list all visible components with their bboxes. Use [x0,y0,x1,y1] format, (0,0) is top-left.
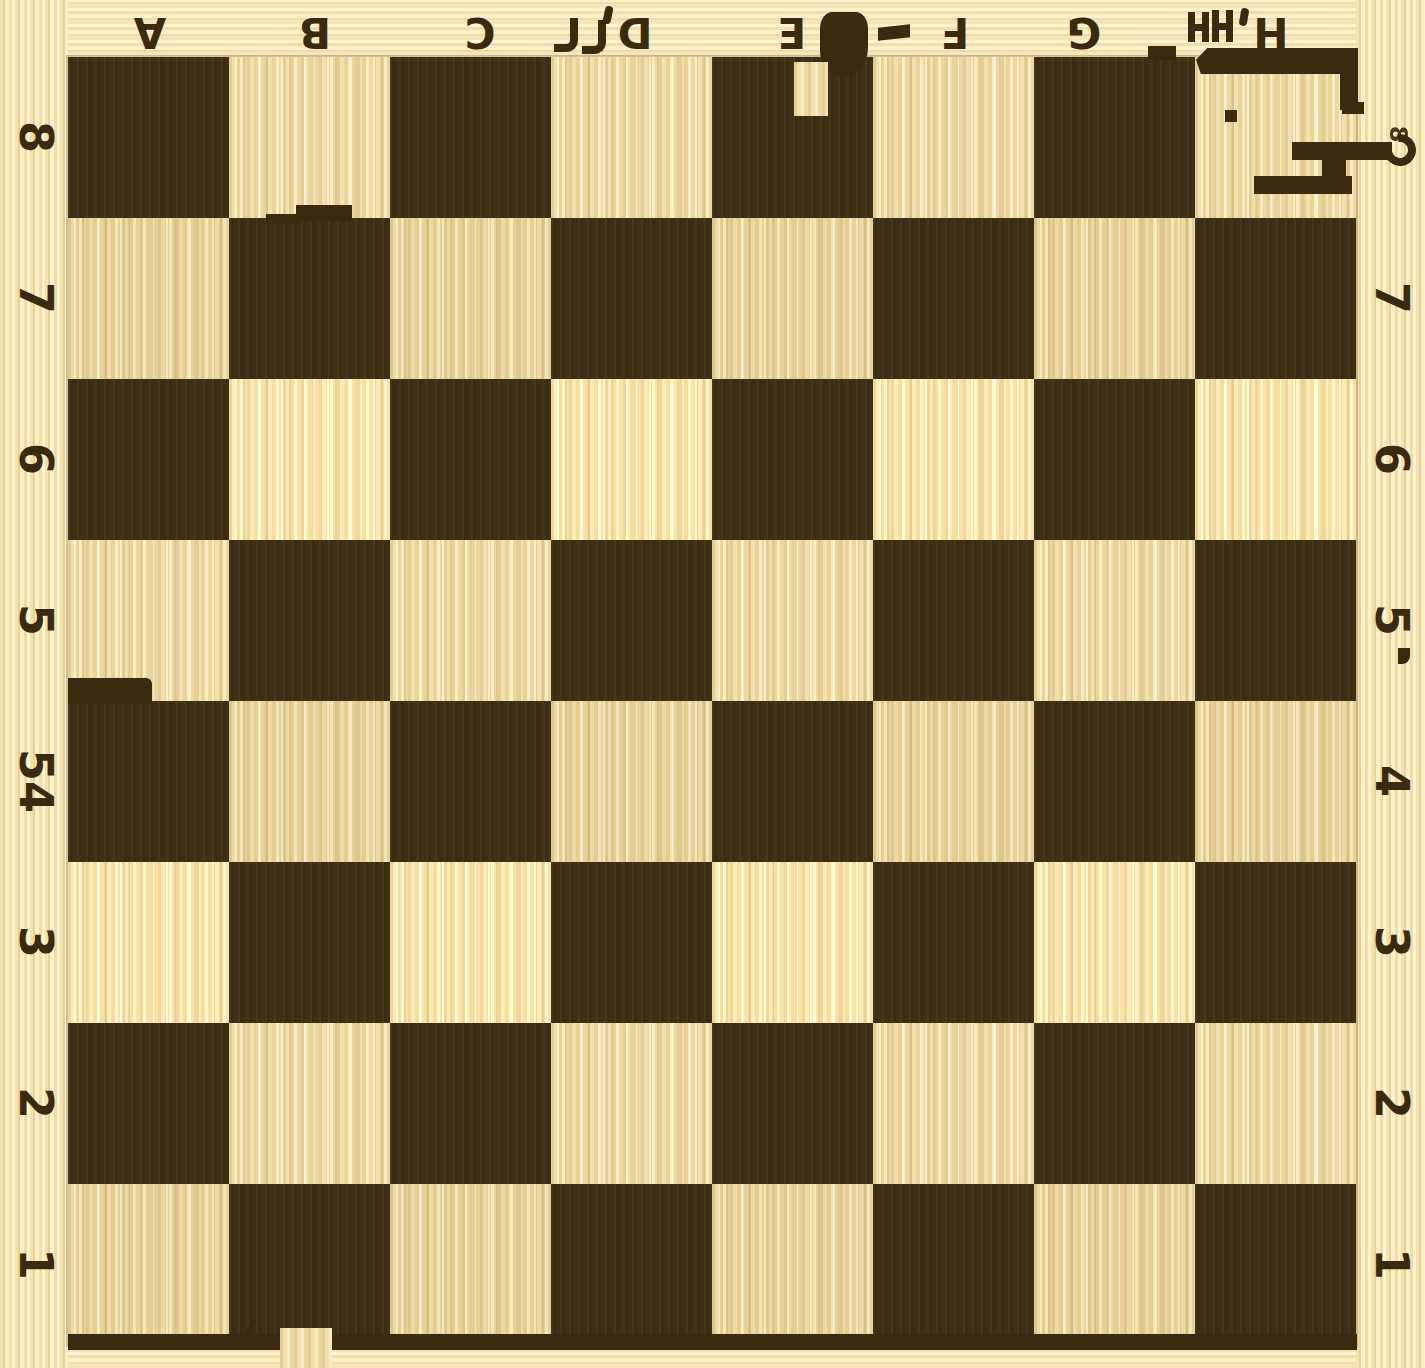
ink-scribble [1188,24,1209,31]
ink-scribble [1238,7,1249,26]
square-f3[interactable] [873,862,1034,1023]
ink-scribble [1212,10,1219,42]
square-a1[interactable] [68,1184,229,1345]
chessboard-photo: ABCDEFGH87655432187654321 [0,0,1425,1368]
square-g8[interactable] [1034,57,1195,218]
square-c5[interactable] [390,540,551,701]
square-g5[interactable] [1034,540,1195,701]
square-a6[interactable] [68,379,229,540]
square-a5[interactable] [68,540,229,701]
square-h3[interactable] [1195,862,1356,1023]
file-label-f: F [941,11,970,53]
square-b8[interactable] [229,57,390,218]
square-c6[interactable] [390,379,551,540]
square-b4[interactable] [229,701,390,862]
square-e8[interactable] [712,57,873,218]
square-d6[interactable] [551,379,712,540]
board-grid [68,57,1356,1345]
file-label-d: D [618,11,653,53]
ink-scribble [582,20,606,54]
square-b3[interactable] [229,862,390,1023]
file-label-g: G [1067,11,1101,53]
square-g6[interactable] [1034,379,1195,540]
square-h5[interactable] [1195,540,1356,701]
square-e5[interactable] [712,540,873,701]
square-g2[interactable] [1034,1023,1195,1184]
square-b2[interactable] [229,1023,390,1184]
square-e4[interactable] [712,701,873,862]
square-g7[interactable] [1034,218,1195,379]
square-b7[interactable] [229,218,390,379]
ink-scribble [602,5,614,24]
square-d1[interactable] [551,1184,712,1345]
square-e3[interactable] [712,862,873,1023]
square-f8[interactable] [873,57,1034,218]
file-label-a: A [134,11,167,53]
square-a4[interactable] [68,701,229,862]
file-label-e: E [778,11,807,53]
square-c3[interactable] [390,862,551,1023]
ink-scribble [878,24,910,40]
ink-scribble [1226,10,1233,42]
square-d2[interactable] [551,1023,712,1184]
square-e2[interactable] [712,1023,873,1184]
square-h1[interactable] [1195,1184,1356,1345]
board-frame-right [1356,0,1425,1368]
square-g3[interactable] [1034,862,1195,1023]
square-d4[interactable] [551,701,712,862]
square-d3[interactable] [551,862,712,1023]
square-h8[interactable] [1195,57,1356,218]
square-c1[interactable] [390,1184,551,1345]
file-label-c: C [465,11,496,53]
square-a3[interactable] [68,862,229,1023]
file-label-h: H [1253,11,1288,53]
square-e1[interactable] [712,1184,873,1345]
square-b1[interactable] [229,1184,390,1345]
ink-scribble [1202,12,1209,42]
square-h7[interactable] [1195,218,1356,379]
ink-scribble [1188,12,1195,42]
square-b6[interactable] [229,379,390,540]
square-h2[interactable] [1195,1023,1356,1184]
square-f2[interactable] [873,1023,1034,1184]
square-g1[interactable] [1034,1184,1195,1345]
square-h6[interactable] [1195,379,1356,540]
square-d5[interactable] [551,540,712,701]
square-d8[interactable] [551,57,712,218]
square-f7[interactable] [873,218,1034,379]
square-b5[interactable] [229,540,390,701]
square-a8[interactable] [68,57,229,218]
square-f6[interactable] [873,379,1034,540]
square-e6[interactable] [712,379,873,540]
square-a2[interactable] [68,1023,229,1184]
square-h4[interactable] [1195,701,1356,862]
square-g4[interactable] [1034,701,1195,862]
square-c2[interactable] [390,1023,551,1184]
square-f1[interactable] [873,1184,1034,1345]
square-c8[interactable] [390,57,551,218]
file-label-b: B [299,11,331,53]
square-d7[interactable] [551,218,712,379]
square-c4[interactable] [390,701,551,862]
square-a7[interactable] [68,218,229,379]
square-c7[interactable] [390,218,551,379]
square-e7[interactable] [712,218,873,379]
ink-scribble [1212,23,1233,30]
square-f5[interactable] [873,540,1034,701]
board-frame-left [0,0,68,1368]
ink-scribble [554,18,578,52]
square-f4[interactable] [873,701,1034,862]
